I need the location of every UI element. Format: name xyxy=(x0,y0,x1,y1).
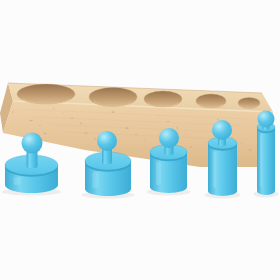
cylinder-4-knob xyxy=(212,120,232,140)
toy-scene-svg xyxy=(0,0,280,280)
wood-fleck xyxy=(199,154,200,155)
socket-2 xyxy=(89,88,137,107)
wood-fleck xyxy=(53,108,55,109)
wood-fleck xyxy=(43,133,46,135)
wood-fleck xyxy=(248,150,251,151)
wood-fleck xyxy=(94,138,96,140)
cylinder-4-highlight xyxy=(213,151,217,188)
wood-fleck xyxy=(62,112,63,114)
wood-fleck xyxy=(111,111,114,113)
cylinder-2-knob xyxy=(97,131,117,151)
cylinder-3-knob xyxy=(159,128,179,148)
socket-1 xyxy=(17,84,75,104)
wood-fleck xyxy=(76,126,77,128)
cylinder-2-highlight xyxy=(92,172,98,188)
wood-fleck xyxy=(39,125,41,126)
wood-fleck xyxy=(217,119,219,120)
socket-4 xyxy=(196,94,226,108)
cylinder-3-highlight xyxy=(156,162,161,186)
cylinder-5-highlight xyxy=(260,134,262,188)
product-photo-montessori-cylinders: Montessori knobbed cylinder block toy: n… xyxy=(0,0,280,280)
cylinder-5-knob xyxy=(258,111,275,128)
wood-fleck xyxy=(7,105,8,106)
cylinder-1-highlight xyxy=(13,177,20,185)
cylinder-1-knob xyxy=(22,133,43,154)
wood-fleck xyxy=(166,121,169,122)
cylinder-5-body xyxy=(257,127,275,195)
wood-fleck xyxy=(176,127,178,129)
socket-5 xyxy=(238,98,260,109)
wood-fleck xyxy=(144,140,145,142)
wood-fleck xyxy=(185,134,186,135)
wood-fleck xyxy=(29,120,32,122)
cylinder-4-body xyxy=(208,143,237,196)
wood-fleck xyxy=(135,134,137,135)
wood-fleck xyxy=(12,111,14,113)
wood-fleck xyxy=(80,123,82,125)
wood-fleck xyxy=(21,116,22,117)
socket-3 xyxy=(144,91,182,107)
wood-fleck xyxy=(190,146,192,148)
wood-fleck xyxy=(117,122,118,123)
wood-fleck xyxy=(240,143,241,145)
